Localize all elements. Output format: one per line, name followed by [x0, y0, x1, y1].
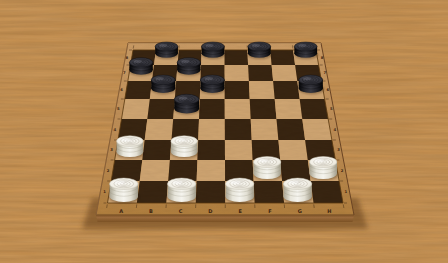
rank-label-right-1: 1	[345, 189, 348, 194]
rank-label-right-2: 2	[341, 168, 344, 173]
rank-label-left-4: 4	[114, 127, 117, 132]
black-piece-d8[interactable]	[202, 42, 226, 59]
white-piece-c1[interactable]	[167, 178, 197, 203]
piece-highlight	[205, 77, 214, 80]
rank-label-right-3: 3	[337, 147, 340, 152]
rank-label-left-5: 5	[117, 106, 120, 111]
file-label-a: A	[119, 208, 123, 214]
rank-label-left-8: 8	[126, 55, 129, 60]
white-piece-a1[interactable]	[110, 178, 140, 203]
rank-label-left-6: 6	[120, 87, 123, 92]
white-piece-a3[interactable]	[117, 136, 145, 158]
file-label-e: E	[238, 208, 242, 214]
file-label-b: B	[149, 208, 153, 214]
piece-highlight	[252, 44, 260, 47]
black-piece-a7[interactable]	[129, 58, 154, 76]
checkers-board-svg: ABCDEFGH1122334455667788	[0, 0, 448, 263]
piece-highlight	[205, 44, 213, 47]
white-piece-f2[interactable]	[253, 157, 282, 181]
piece-highlight	[181, 60, 189, 63]
piece-highlight	[303, 77, 312, 80]
file-label-c: C	[179, 208, 183, 214]
piece-highlight	[172, 181, 182, 185]
rank-label-left-7: 7	[123, 70, 126, 75]
piece-highlight	[133, 60, 141, 63]
black-piece-c5[interactable]	[174, 94, 200, 114]
piece-highlight	[258, 159, 268, 163]
piece-highlight	[159, 44, 167, 47]
white-piece-h2[interactable]	[309, 157, 338, 181]
piece-highlight	[155, 77, 164, 80]
rank-label-right-5: 5	[330, 106, 333, 111]
rank-label-right-7: 7	[324, 70, 327, 75]
checkers-game-screen: ABCDEFGH1122334455667788	[0, 0, 448, 263]
white-piece-g1[interactable]	[283, 178, 313, 203]
black-piece-b8[interactable]	[155, 42, 179, 59]
rank-label-left-2: 2	[107, 168, 110, 173]
black-piece-f8[interactable]	[248, 42, 272, 59]
piece-highlight	[176, 138, 186, 141]
file-label-f: F	[268, 208, 271, 214]
file-label-g: G	[298, 208, 302, 214]
piece-highlight	[314, 159, 324, 163]
white-piece-c3[interactable]	[171, 136, 199, 158]
piece-highlight	[178, 96, 187, 99]
rank-label-right-4: 4	[334, 127, 337, 132]
rank-label-right-6: 6	[327, 87, 330, 92]
black-piece-d6[interactable]	[200, 75, 225, 94]
black-piece-h6[interactable]	[299, 75, 324, 94]
piece-highlight	[115, 181, 125, 185]
black-piece-b6[interactable]	[151, 75, 176, 94]
piece-highlight	[230, 181, 240, 185]
piece-highlight	[298, 44, 306, 47]
black-piece-c7[interactable]	[177, 58, 202, 76]
black-piece-h8[interactable]	[294, 42, 318, 59]
file-label-d: D	[208, 208, 212, 214]
file-label-h: H	[327, 208, 331, 214]
rank-label-left-1: 1	[103, 189, 106, 194]
piece-highlight	[288, 181, 298, 185]
white-piece-e1[interactable]	[225, 178, 255, 203]
rank-label-left-3: 3	[110, 147, 113, 152]
rank-label-right-8: 8	[321, 55, 324, 60]
piece-highlight	[121, 138, 131, 141]
